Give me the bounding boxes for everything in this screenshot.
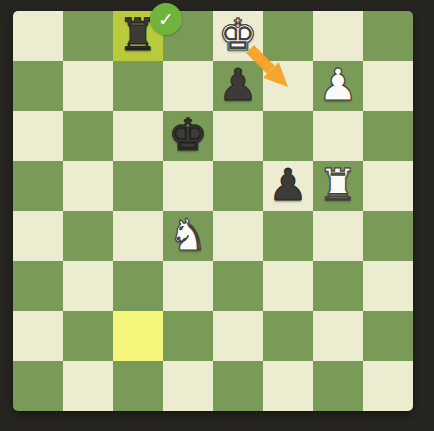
square-b2[interactable] [63, 311, 113, 361]
square-e8[interactable]: ♚ [213, 11, 263, 61]
square-g4[interactable] [313, 211, 363, 261]
square-c1[interactable] [113, 361, 163, 411]
square-e3[interactable] [213, 261, 263, 311]
correct-move-badge: ✓ [150, 3, 182, 35]
square-g5[interactable]: ♜ [313, 161, 363, 211]
square-b8[interactable] [63, 11, 113, 61]
square-a6[interactable] [13, 111, 63, 161]
square-a4[interactable] [13, 211, 63, 261]
square-a3[interactable] [13, 261, 63, 311]
square-g8[interactable] [313, 11, 363, 61]
check-icon: ✓ [158, 8, 174, 30]
square-d7[interactable] [163, 61, 213, 111]
square-h6[interactable] [363, 111, 413, 161]
square-h7[interactable] [363, 61, 413, 111]
square-d5[interactable] [163, 161, 213, 211]
square-c5[interactable] [113, 161, 163, 211]
black-pawn-e7[interactable]: ♟ [218, 60, 257, 110]
square-a2[interactable] [13, 311, 63, 361]
square-f3[interactable] [263, 261, 313, 311]
white-rook-g5[interactable]: ♜ [318, 160, 357, 210]
square-g6[interactable] [313, 111, 363, 161]
square-d1[interactable] [163, 361, 213, 411]
square-f2[interactable] [263, 311, 313, 361]
square-c7[interactable] [113, 61, 163, 111]
square-h2[interactable] [363, 311, 413, 361]
square-h4[interactable] [363, 211, 413, 261]
square-a8[interactable] [13, 11, 63, 61]
square-d6[interactable]: ♚ [163, 111, 213, 161]
square-h5[interactable] [363, 161, 413, 211]
square-h1[interactable] [363, 361, 413, 411]
square-b5[interactable] [63, 161, 113, 211]
square-f1[interactable] [263, 361, 313, 411]
chess-board: ♜♚♟♟♚♟♜♞ [13, 11, 413, 411]
square-c4[interactable] [113, 211, 163, 261]
square-b7[interactable] [63, 61, 113, 111]
square-g2[interactable] [313, 311, 363, 361]
square-d3[interactable] [163, 261, 213, 311]
white-king-e8[interactable]: ♚ [218, 11, 257, 60]
black-pawn-f5[interactable]: ♟ [268, 160, 307, 210]
white-knight-d4[interactable]: ♞ [168, 210, 207, 260]
square-a7[interactable] [13, 61, 63, 111]
square-a1[interactable] [13, 361, 63, 411]
square-h3[interactable] [363, 261, 413, 311]
square-e4[interactable] [213, 211, 263, 261]
square-f4[interactable] [263, 211, 313, 261]
square-b3[interactable] [63, 261, 113, 311]
square-b1[interactable] [63, 361, 113, 411]
square-b4[interactable] [63, 211, 113, 261]
square-d4[interactable]: ♞ [163, 211, 213, 261]
square-b6[interactable] [63, 111, 113, 161]
square-e6[interactable] [213, 111, 263, 161]
square-f6[interactable] [263, 111, 313, 161]
square-e1[interactable] [213, 361, 263, 411]
square-c6[interactable] [113, 111, 163, 161]
square-g7[interactable]: ♟ [313, 61, 363, 111]
square-a5[interactable] [13, 161, 63, 211]
square-f7[interactable] [263, 61, 313, 111]
black-king-d6[interactable]: ♚ [168, 110, 207, 160]
white-pawn-g7[interactable]: ♟ [318, 60, 357, 110]
square-c2[interactable] [113, 311, 163, 361]
square-e5[interactable] [213, 161, 263, 211]
square-f8[interactable] [263, 11, 313, 61]
square-c3[interactable] [113, 261, 163, 311]
square-e2[interactable] [213, 311, 263, 361]
square-e7[interactable]: ♟ [213, 61, 263, 111]
square-f5[interactable]: ♟ [263, 161, 313, 211]
square-h8[interactable] [363, 11, 413, 61]
square-g3[interactable] [313, 261, 363, 311]
square-g1[interactable] [313, 361, 363, 411]
square-d2[interactable] [163, 311, 213, 361]
